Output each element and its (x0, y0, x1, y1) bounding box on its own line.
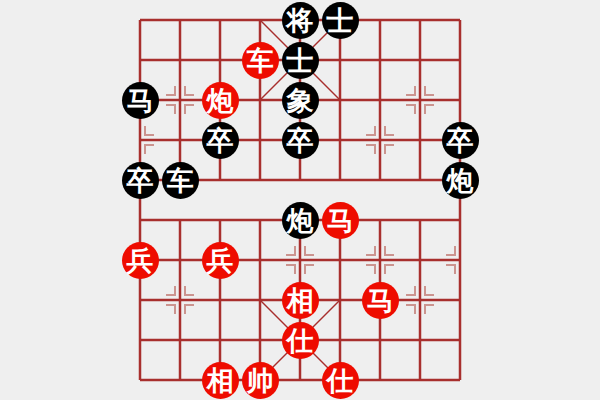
piece-black-soldier[interactable]: 卒 (122, 162, 159, 199)
piece-black-general[interactable]: 将 (282, 2, 319, 39)
piece-black-soldier[interactable]: 卒 (282, 122, 319, 159)
piece-black-cannon[interactable]: 炮 (442, 162, 479, 199)
piece-black-soldier[interactable]: 卒 (202, 122, 239, 159)
pieces-layer: 将士车士马炮象卒卒卒卒车炮炮马兵兵相马仕相帅仕 (120, 0, 480, 400)
piece-red-chariot[interactable]: 车 (242, 42, 279, 79)
piece-red-soldier[interactable]: 兵 (202, 242, 239, 279)
piece-black-elephant[interactable]: 象 (282, 82, 319, 119)
piece-black-horse[interactable]: 马 (122, 82, 159, 119)
piece-red-elephant[interactable]: 相 (202, 362, 239, 399)
piece-black-advisor[interactable]: 士 (282, 42, 319, 79)
piece-red-advisor[interactable]: 仕 (322, 362, 359, 399)
piece-black-soldier[interactable]: 卒 (442, 122, 479, 159)
piece-red-horse[interactable]: 马 (362, 282, 399, 319)
piece-red-horse[interactable]: 马 (322, 202, 359, 239)
piece-red-soldier[interactable]: 兵 (122, 242, 159, 279)
piece-red-advisor[interactable]: 仕 (282, 322, 319, 359)
xiangqi-board: 将士车士马炮象卒卒卒卒车炮炮马兵兵相马仕相帅仕 (0, 0, 600, 400)
piece-red-cannon[interactable]: 炮 (202, 82, 239, 119)
piece-black-chariot[interactable]: 车 (162, 162, 199, 199)
piece-red-elephant[interactable]: 相 (282, 282, 319, 319)
piece-black-cannon[interactable]: 炮 (282, 202, 319, 239)
piece-black-advisor[interactable]: 士 (322, 2, 359, 39)
piece-red-general[interactable]: 帅 (242, 362, 279, 399)
